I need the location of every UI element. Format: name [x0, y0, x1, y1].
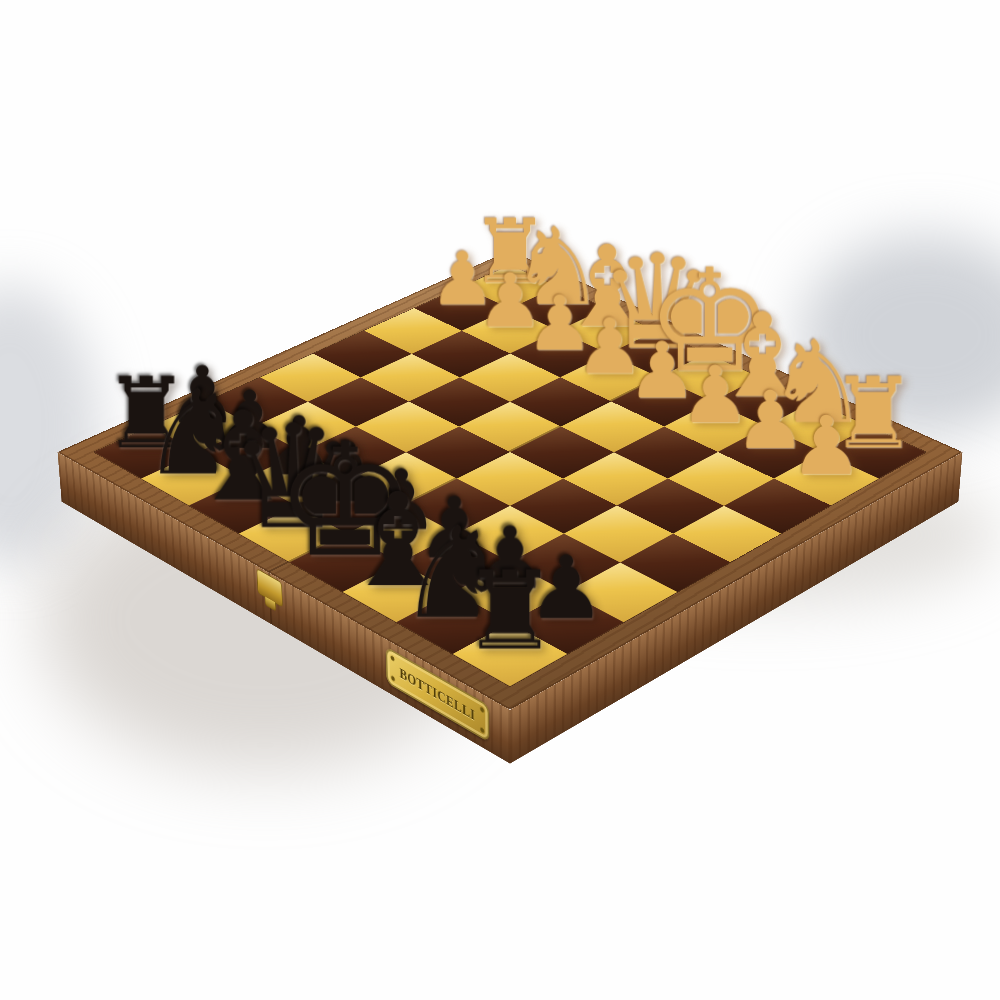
- piece-white-rook-a1: ♜: [470, 209, 550, 294]
- square-f1: ♝: [712, 377, 813, 426]
- piece-white-knight-b1: ♞: [510, 216, 606, 318]
- piece-white-bishop-c1: ♝: [557, 234, 658, 341]
- square-a6: [207, 377, 308, 426]
- background-smudge: [0, 285, 100, 565]
- photo-background: ♜♞♝♛♚♝♞♜♟♟♟♟♟♟♟♟♟♟♟♟♟♟♟♟♜♞♝♛♚♝♞♜ BOTTICE…: [0, 0, 1000, 1000]
- square-h1: ♜: [822, 426, 926, 478]
- piece-black-rook-a8: ♜: [102, 367, 190, 460]
- piece-white-bishop-f1: ♝: [710, 301, 815, 412]
